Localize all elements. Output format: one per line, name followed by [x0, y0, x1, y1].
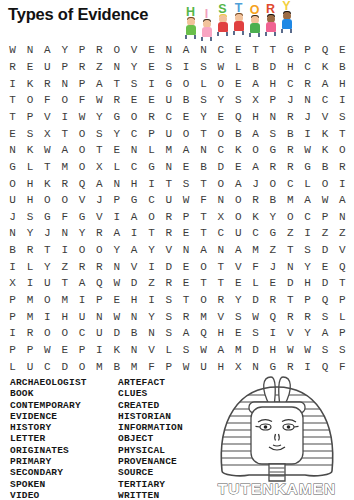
grid-cell[interactable]: A	[91, 175, 108, 192]
grid-cell[interactable]: A	[125, 242, 142, 259]
grid-cell[interactable]: I	[4, 75, 21, 92]
grid-cell[interactable]: A	[316, 325, 333, 342]
grid-cell[interactable]: B	[247, 59, 264, 76]
grid-cell[interactable]: T	[91, 142, 108, 159]
grid-cell[interactable]: Z	[264, 242, 281, 259]
grid-cell[interactable]: Q	[316, 358, 333, 375]
grid-cell[interactable]: Y	[212, 92, 229, 109]
grid-cell[interactable]: S	[91, 125, 108, 142]
grid-cell[interactable]: P	[299, 42, 316, 59]
grid-cell[interactable]: F	[247, 258, 264, 275]
grid-cell[interactable]: V	[125, 258, 142, 275]
grid-cell[interactable]: S	[316, 308, 333, 325]
grid-cell[interactable]: V	[316, 109, 333, 126]
grid-cell[interactable]: F	[56, 208, 73, 225]
grid-cell[interactable]: S	[334, 109, 351, 126]
grid-cell[interactable]: G	[282, 42, 299, 59]
grid-cell[interactable]: W	[4, 42, 21, 59]
grid-cell[interactable]: E	[230, 75, 247, 92]
grid-cell[interactable]: J	[91, 192, 108, 209]
grid-cell[interactable]: N	[212, 192, 229, 209]
grid-cell[interactable]: L	[21, 258, 38, 275]
grid-cell[interactable]: U	[230, 225, 247, 242]
grid-cell[interactable]: S	[195, 59, 212, 76]
grid-cell[interactable]: Y	[56, 42, 73, 59]
grid-cell[interactable]: N	[178, 242, 195, 259]
grid-cell[interactable]: T	[4, 109, 21, 126]
grid-cell[interactable]: C	[160, 109, 177, 126]
grid-cell[interactable]: D	[264, 59, 281, 76]
grid-cell[interactable]: W	[178, 192, 195, 209]
grid-cell[interactable]: Q	[334, 258, 351, 275]
grid-cell[interactable]: W	[39, 342, 56, 359]
grid-cell[interactable]: N	[299, 92, 316, 109]
grid-cell[interactable]: H	[247, 109, 264, 126]
grid-cell[interactable]: T	[195, 125, 212, 142]
grid-cell[interactable]: P	[108, 192, 125, 209]
grid-cell[interactable]: X	[39, 125, 56, 142]
grid-cell[interactable]: A	[299, 192, 316, 209]
grid-cell[interactable]: E	[230, 325, 247, 342]
grid-cell[interactable]: F	[195, 192, 212, 209]
grid-cell[interactable]: Y	[143, 308, 160, 325]
grid-cell[interactable]: V	[39, 109, 56, 126]
grid-cell[interactable]: T	[56, 125, 73, 142]
grid-cell[interactable]: Y	[108, 242, 125, 259]
grid-cell[interactable]: K	[316, 125, 333, 142]
grid-cell[interactable]: Z	[334, 225, 351, 242]
grid-cell[interactable]: D	[247, 292, 264, 309]
grid-cell[interactable]: B	[282, 125, 299, 142]
grid-cell[interactable]: K	[108, 342, 125, 359]
grid-cell[interactable]: N	[195, 142, 212, 159]
grid-cell[interactable]: O	[125, 109, 142, 126]
grid-cell[interactable]: N	[160, 42, 177, 59]
grid-cell[interactable]: Y	[39, 258, 56, 275]
grid-cell[interactable]: I	[334, 92, 351, 109]
grid-cell[interactable]: N	[282, 258, 299, 275]
grid-cell[interactable]: O	[282, 208, 299, 225]
grid-cell[interactable]: P	[143, 125, 160, 142]
grid-cell[interactable]: D	[125, 275, 142, 292]
grid-cell[interactable]: R	[56, 175, 73, 192]
grid-cell[interactable]: I	[334, 175, 351, 192]
grid-cell[interactable]: H	[212, 358, 229, 375]
grid-cell[interactable]: H	[299, 275, 316, 292]
grid-cell[interactable]: O	[73, 242, 90, 259]
grid-cell[interactable]: P	[4, 308, 21, 325]
grid-cell[interactable]: G	[299, 159, 316, 176]
grid-cell[interactable]: E	[334, 42, 351, 59]
grid-cell[interactable]: O	[73, 125, 90, 142]
grid-cell[interactable]: N	[195, 42, 212, 59]
grid-cell[interactable]: D	[212, 159, 229, 176]
grid-cell[interactable]: G	[264, 225, 281, 242]
grid-cell[interactable]: S	[160, 59, 177, 76]
grid-cell[interactable]: E	[212, 109, 229, 126]
grid-cell[interactable]: H	[264, 75, 281, 92]
grid-cell[interactable]: T	[334, 275, 351, 292]
grid-cell[interactable]: X	[4, 275, 21, 292]
grid-cell[interactable]: X	[247, 92, 264, 109]
grid-cell[interactable]: A	[56, 142, 73, 159]
grid-cell[interactable]: N	[247, 358, 264, 375]
grid-cell[interactable]: A	[178, 142, 195, 159]
grid-cell[interactable]: J	[4, 208, 21, 225]
grid-cell[interactable]: L	[195, 75, 212, 92]
grid-cell[interactable]: X	[91, 159, 108, 176]
grid-cell[interactable]: Y	[264, 208, 281, 225]
grid-cell[interactable]: P	[178, 208, 195, 225]
grid-cell[interactable]: I	[125, 225, 142, 242]
grid-cell[interactable]: T	[212, 258, 229, 275]
grid-cell[interactable]: C	[143, 192, 160, 209]
grid-cell[interactable]: O	[39, 292, 56, 309]
grid-cell[interactable]: N	[21, 42, 38, 59]
grid-cell[interactable]: R	[4, 59, 21, 76]
grid-cell[interactable]: A	[230, 175, 247, 192]
grid-cell[interactable]: S	[160, 308, 177, 325]
grid-cell[interactable]: C	[73, 325, 90, 342]
grid-cell[interactable]: V	[334, 242, 351, 259]
grid-cell[interactable]: Q	[230, 109, 247, 126]
grid-cell[interactable]: X	[212, 208, 229, 225]
grid-cell[interactable]: W	[108, 308, 125, 325]
grid-cell[interactable]: B	[334, 59, 351, 76]
grid-cell[interactable]: U	[39, 275, 56, 292]
grid-cell[interactable]: N	[108, 258, 125, 275]
grid-cell[interactable]: W	[212, 59, 229, 76]
grid-cell[interactable]: R	[282, 159, 299, 176]
grid-cell[interactable]: R	[73, 258, 90, 275]
grid-cell[interactable]: M	[56, 292, 73, 309]
grid-cell[interactable]: S	[247, 325, 264, 342]
grid-cell[interactable]: P	[334, 292, 351, 309]
grid-cell[interactable]: T	[195, 175, 212, 192]
grid-cell[interactable]: G	[73, 208, 90, 225]
grid-cell[interactable]: S	[21, 125, 38, 142]
grid-cell[interactable]: G	[39, 208, 56, 225]
grid-cell[interactable]: O	[195, 258, 212, 275]
grid-cell[interactable]: A	[212, 342, 229, 359]
grid-cell[interactable]: G	[160, 75, 177, 92]
grid-cell[interactable]: A	[230, 242, 247, 259]
grid-cell[interactable]: A	[39, 42, 56, 59]
grid-cell[interactable]: B	[230, 125, 247, 142]
grid-cell[interactable]: I	[4, 325, 21, 342]
grid-cell[interactable]: E	[4, 125, 21, 142]
grid-cell[interactable]: J	[247, 175, 264, 192]
grid-cell[interactable]: A	[316, 75, 333, 92]
grid-cell[interactable]: G	[143, 159, 160, 176]
grid-cell[interactable]: I	[108, 208, 125, 225]
grid-cell[interactable]: J	[299, 109, 316, 126]
grid-cell[interactable]: H	[125, 292, 142, 309]
grid-cell[interactable]: A	[73, 275, 90, 292]
grid-cell[interactable]: S	[334, 342, 351, 359]
grid-cell[interactable]: J	[282, 92, 299, 109]
grid-cell[interactable]: S	[178, 175, 195, 192]
grid-cell[interactable]: Y	[73, 225, 90, 242]
grid-cell[interactable]: L	[108, 159, 125, 176]
grid-cell[interactable]: M	[195, 308, 212, 325]
grid-cell[interactable]: O	[212, 75, 229, 92]
grid-cell[interactable]: I	[264, 325, 281, 342]
grid-cell[interactable]: E	[178, 159, 195, 176]
grid-cell[interactable]: R	[108, 92, 125, 109]
grid-cell[interactable]: M	[21, 292, 38, 309]
grid-cell[interactable]: N	[108, 59, 125, 76]
grid-cell[interactable]: R	[91, 42, 108, 59]
grid-cell[interactable]: Q	[316, 42, 333, 59]
grid-cell[interactable]: W	[178, 358, 195, 375]
grid-cell[interactable]: O	[56, 192, 73, 209]
grid-cell[interactable]: N	[125, 342, 142, 359]
grid-cell[interactable]: E	[178, 225, 195, 242]
grid-cell[interactable]: N	[125, 142, 142, 159]
grid-cell[interactable]: T	[282, 242, 299, 259]
grid-cell[interactable]: P	[264, 92, 281, 109]
grid-cell[interactable]: O	[230, 192, 247, 209]
grid-cell[interactable]: P	[299, 292, 316, 309]
grid-cell[interactable]: N	[160, 159, 177, 176]
grid-cell[interactable]: R	[282, 358, 299, 375]
grid-cell[interactable]: L	[299, 175, 316, 192]
grid-cell[interactable]: K	[21, 75, 38, 92]
grid-cell[interactable]: L	[21, 159, 38, 176]
grid-cell[interactable]: Y	[299, 325, 316, 342]
grid-cell[interactable]: L	[4, 358, 21, 375]
grid-cell[interactable]: N	[56, 225, 73, 242]
grid-cell[interactable]: O	[73, 159, 90, 176]
grid-cell[interactable]: C	[316, 92, 333, 109]
grid-cell[interactable]: O	[56, 325, 73, 342]
grid-cell[interactable]: Q	[91, 275, 108, 292]
grid-cell[interactable]: M	[91, 358, 108, 375]
grid-cell[interactable]: O	[178, 125, 195, 142]
grid-cell[interactable]: U	[195, 358, 212, 375]
grid-cell[interactable]: Q	[195, 325, 212, 342]
grid-cell[interactable]: P	[73, 42, 90, 59]
grid-cell[interactable]: I	[143, 258, 160, 275]
grid-cell[interactable]: R	[178, 308, 195, 325]
grid-cell[interactable]: I	[73, 292, 90, 309]
grid-cell[interactable]: O	[4, 175, 21, 192]
grid-cell[interactable]: W	[247, 308, 264, 325]
grid-cell[interactable]: R	[143, 109, 160, 126]
grid-cell[interactable]: R	[91, 225, 108, 242]
grid-cell[interactable]: X	[230, 358, 247, 375]
grid-cell[interactable]: R	[264, 292, 281, 309]
grid-cell[interactable]: K	[39, 175, 56, 192]
grid-cell[interactable]: Q	[316, 292, 333, 309]
grid-cell[interactable]: R	[282, 109, 299, 126]
grid-cell[interactable]: W	[195, 342, 212, 359]
grid-cell[interactable]: W	[299, 342, 316, 359]
grid-cell[interactable]: T	[195, 225, 212, 242]
grid-cell[interactable]: I	[178, 59, 195, 76]
grid-cell[interactable]: B	[125, 325, 142, 342]
grid-cell[interactable]: T	[282, 292, 299, 309]
grid-cell[interactable]: W	[316, 192, 333, 209]
grid-cell[interactable]: P	[4, 292, 21, 309]
grid-cell[interactable]: O	[316, 175, 333, 192]
grid-cell[interactable]: G	[108, 109, 125, 126]
grid-cell[interactable]: H	[282, 59, 299, 76]
grid-cell[interactable]: Y	[108, 125, 125, 142]
grid-cell[interactable]: I	[21, 275, 38, 292]
grid-cell[interactable]: R	[160, 275, 177, 292]
grid-cell[interactable]: M	[125, 358, 142, 375]
grid-cell[interactable]: P	[21, 109, 38, 126]
grid-cell[interactable]: H	[334, 75, 351, 92]
grid-cell[interactable]: D	[160, 258, 177, 275]
grid-cell[interactable]: N	[108, 175, 125, 192]
grid-cell[interactable]: V	[230, 258, 247, 275]
grid-cell[interactable]: R	[247, 192, 264, 209]
grid-cell[interactable]: C	[125, 159, 142, 176]
grid-cell[interactable]: F	[143, 358, 160, 375]
grid-cell[interactable]: D	[316, 242, 333, 259]
grid-cell[interactable]: J	[39, 225, 56, 242]
grid-cell[interactable]: U	[4, 192, 21, 209]
grid-cell[interactable]: V	[160, 242, 177, 259]
grid-cell[interactable]: I	[299, 358, 316, 375]
grid-cell[interactable]: T	[195, 275, 212, 292]
grid-cell[interactable]: M	[247, 242, 264, 259]
grid-cell[interactable]: C	[299, 59, 316, 76]
grid-cell[interactable]: D	[108, 325, 125, 342]
grid-cell[interactable]: G	[264, 142, 281, 159]
grid-cell[interactable]: K	[247, 208, 264, 225]
grid-cell[interactable]: W	[282, 342, 299, 359]
grid-cell[interactable]: E	[230, 159, 247, 176]
grid-cell[interactable]: K	[316, 59, 333, 76]
grid-cell[interactable]: V	[91, 208, 108, 225]
grid-cell[interactable]: R	[264, 159, 281, 176]
grid-cell[interactable]: E	[56, 342, 73, 359]
grid-cell[interactable]: W	[91, 92, 108, 109]
grid-cell[interactable]: K	[316, 142, 333, 159]
grid-cell[interactable]: E	[143, 59, 160, 76]
grid-cell[interactable]: V	[282, 325, 299, 342]
grid-cell[interactable]: R	[299, 308, 316, 325]
grid-cell[interactable]: R	[73, 59, 90, 76]
grid-cell[interactable]: B	[264, 192, 281, 209]
grid-cell[interactable]: I	[4, 258, 21, 275]
grid-cell[interactable]: Q	[73, 175, 90, 192]
grid-cell[interactable]: H	[264, 342, 281, 359]
grid-cell[interactable]: S	[264, 125, 281, 142]
grid-cell[interactable]: S	[178, 342, 195, 359]
grid-cell[interactable]: N	[334, 208, 351, 225]
grid-cell[interactable]: O	[247, 142, 264, 159]
grid-cell[interactable]: C	[299, 208, 316, 225]
grid-cell[interactable]: S	[230, 308, 247, 325]
grid-cell[interactable]: T	[39, 159, 56, 176]
grid-cell[interactable]: R	[282, 308, 299, 325]
grid-cell[interactable]: E	[230, 42, 247, 59]
grid-cell[interactable]: T	[143, 225, 160, 242]
grid-cell[interactable]: B	[195, 159, 212, 176]
grid-cell[interactable]: W	[108, 275, 125, 292]
grid-cell[interactable]: A	[91, 75, 108, 92]
grid-cell[interactable]: K	[21, 142, 38, 159]
grid-cell[interactable]: O	[39, 325, 56, 342]
grid-cell[interactable]: N	[143, 325, 160, 342]
grid-cell[interactable]: C	[282, 75, 299, 92]
grid-cell[interactable]: T	[264, 42, 281, 59]
grid-cell[interactable]: T	[4, 92, 21, 109]
grid-cell[interactable]: A	[195, 242, 212, 259]
grid-cell[interactable]: U	[160, 92, 177, 109]
grid-cell[interactable]: C	[212, 142, 229, 159]
grid-cell[interactable]: M	[56, 159, 73, 176]
grid-cell[interactable]: T	[108, 75, 125, 92]
grid-cell[interactable]: L	[230, 59, 247, 76]
grid-cell[interactable]: I	[39, 308, 56, 325]
grid-cell[interactable]: Z	[282, 225, 299, 242]
grid-cell[interactable]: P	[73, 75, 90, 92]
grid-cell[interactable]: O	[21, 92, 38, 109]
grid-cell[interactable]: P	[316, 208, 333, 225]
grid-cell[interactable]: L	[160, 342, 177, 359]
grid-cell[interactable]: P	[334, 325, 351, 342]
grid-cell[interactable]: P	[73, 342, 90, 359]
grid-cell[interactable]: P	[56, 59, 73, 76]
grid-cell[interactable]: M	[160, 142, 177, 159]
grid-cell[interactable]: P	[160, 358, 177, 375]
grid-cell[interactable]: H	[56, 308, 73, 325]
grid-cell[interactable]: I	[91, 342, 108, 359]
grid-cell[interactable]: A	[178, 42, 195, 59]
grid-cell[interactable]: V	[143, 342, 160, 359]
grid-cell[interactable]: S	[316, 342, 333, 359]
grid-cell[interactable]: I	[143, 75, 160, 92]
grid-cell[interactable]: O	[73, 142, 90, 159]
grid-cell[interactable]: B	[178, 92, 195, 109]
grid-cell[interactable]: U	[73, 308, 90, 325]
grid-cell[interactable]: A	[178, 325, 195, 342]
grid-cell[interactable]: B	[4, 242, 21, 259]
grid-cell[interactable]: T	[160, 175, 177, 192]
grid-cell[interactable]: S	[195, 92, 212, 109]
grid-cell[interactable]: Z	[316, 225, 333, 242]
grid-cell[interactable]: O	[91, 242, 108, 259]
grid-cell[interactable]: A	[247, 75, 264, 92]
grid-cell[interactable]: A	[108, 225, 125, 242]
grid-cell[interactable]: U	[160, 192, 177, 209]
grid-cell[interactable]: O	[264, 175, 281, 192]
grid-cell[interactable]: S	[299, 242, 316, 259]
grid-cell[interactable]: R	[160, 225, 177, 242]
grid-cell[interactable]: I	[143, 175, 160, 192]
grid-cell[interactable]: R	[91, 258, 108, 275]
grid-cell[interactable]: Z	[56, 258, 73, 275]
grid-cell[interactable]: B	[108, 358, 125, 375]
grid-cell[interactable]: E	[178, 258, 195, 275]
grid-cell[interactable]: H	[21, 192, 38, 209]
grid-cell[interactable]: Z	[91, 59, 108, 76]
grid-cell[interactable]: N	[125, 308, 142, 325]
grid-cell[interactable]: Y	[230, 292, 247, 309]
grid-cell[interactable]: S	[21, 208, 38, 225]
grid-cell[interactable]: N	[4, 225, 21, 242]
grid-cell[interactable]: T	[334, 125, 351, 142]
grid-cell[interactable]: P	[4, 342, 21, 359]
grid-cell[interactable]: G	[4, 159, 21, 176]
grid-cell[interactable]: O	[143, 208, 160, 225]
